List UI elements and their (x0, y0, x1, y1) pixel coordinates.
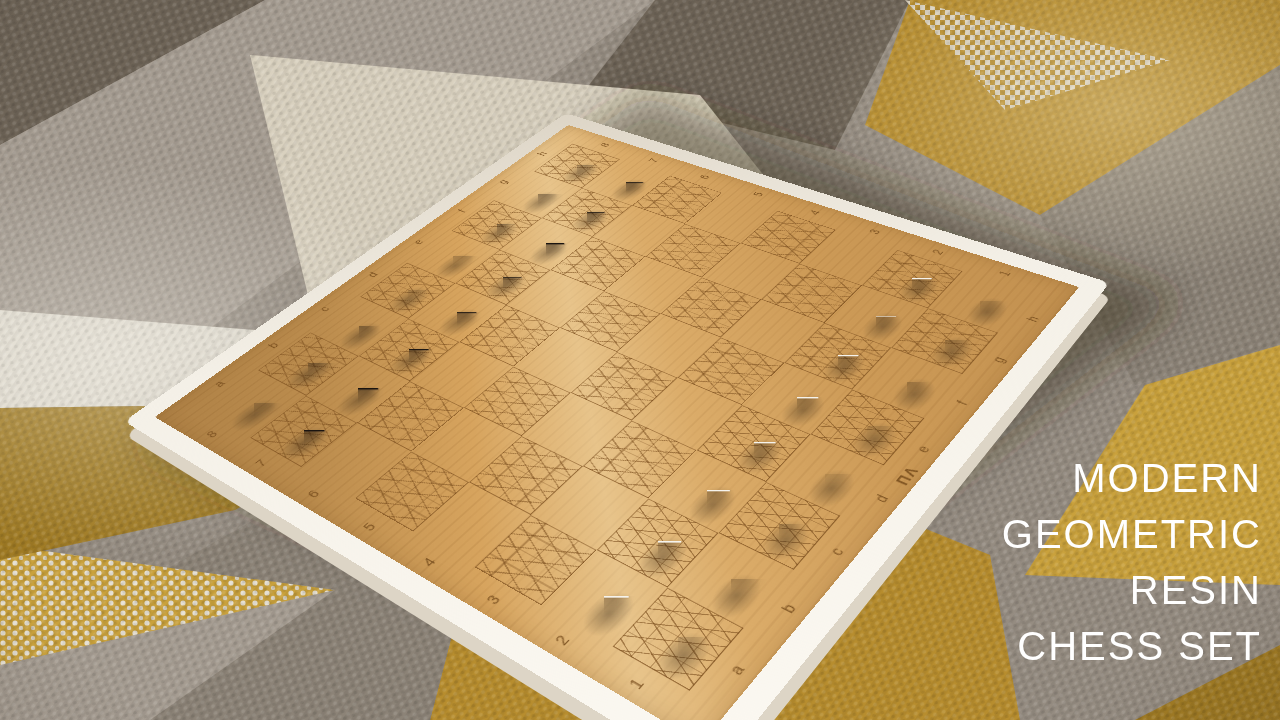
piece-shadow (371, 277, 447, 324)
coord-label: g (968, 335, 1027, 386)
square-d6[interactable] (459, 305, 560, 367)
square-f6[interactable] (550, 237, 645, 291)
coord-label: 8 (575, 133, 634, 157)
black-pawn-glyph: ♟ (429, 259, 487, 323)
scene: 87654321 87654321 abcdefgh abcdefgh ♜♞♝♛… (0, 0, 1280, 720)
square-e8[interactable]: ♚ (407, 231, 500, 284)
chess-board: 87654321 87654321 abcdefgh abcdefgh ♜♞♝♛… (124, 113, 1110, 720)
black-bishop-glyph: ♝ (323, 256, 396, 337)
square-d4[interactable] (571, 352, 678, 421)
square-e7[interactable]: ♟ (455, 250, 550, 305)
caption-line: MODERN (1002, 450, 1262, 506)
piece-shadow (421, 298, 498, 348)
piece-shadow (595, 171, 663, 210)
square-f7[interactable]: ♟ (500, 218, 593, 270)
coord-label: f (433, 193, 490, 229)
caption-line: GEOMETRIC (1002, 506, 1262, 562)
caption-line: RESIN (1002, 562, 1262, 618)
coord-label: d (341, 255, 403, 295)
coord-label: 7 (623, 148, 685, 173)
square-h4[interactable] (741, 211, 836, 264)
black-rook-glyph: ♜ (547, 107, 608, 175)
board-frame: 87654321 87654321 abcdefgh abcdefgh ♜♞♝♛… (124, 113, 1110, 720)
square-g8[interactable]: ♞ (494, 171, 582, 218)
black-pawn-glyph: ♟ (560, 163, 613, 222)
black-queen-glyph: ♛ (362, 200, 453, 301)
coord-label: e (388, 223, 448, 261)
coord-label: c (292, 288, 357, 330)
square-g7[interactable]: ♟ (542, 188, 632, 237)
coord-label: 3 (839, 217, 912, 248)
black-king-glyph: ♚ (411, 172, 496, 267)
piece-shadow (546, 155, 613, 193)
coord-label: 6 (673, 164, 737, 190)
coord-label: h (515, 138, 568, 170)
square-h7[interactable]: ♟ (582, 159, 670, 205)
piece-shadow (513, 231, 585, 275)
coord-label: 5 (725, 181, 792, 209)
piece-shadow (506, 183, 575, 223)
black-pawn-glyph: ♟ (600, 134, 652, 192)
black-knight-glyph: ♞ (504, 130, 571, 205)
piece-shadow (555, 200, 625, 241)
square-d7[interactable]: ♟ (408, 283, 506, 342)
square-d5[interactable] (513, 328, 617, 393)
board-tilt: 87654321 87654321 abcdefgh abcdefgh ♜♞♝♛… (219, 0, 1014, 720)
square-g5[interactable] (646, 224, 741, 278)
square-c5[interactable] (464, 367, 571, 436)
square-f8[interactable]: ♝ (452, 200, 542, 250)
caption-line: CHESS SET (1002, 618, 1262, 674)
square-g6[interactable] (592, 205, 685, 256)
square-e6[interactable] (506, 270, 604, 328)
piece-shadow (464, 213, 535, 255)
square-e5[interactable] (560, 291, 661, 352)
square-d8[interactable]: ♛ (360, 263, 455, 319)
square-h5[interactable] (685, 193, 778, 243)
square-h8[interactable]: ♜ (534, 144, 620, 188)
board-scene: 87654321 87654321 abcdefgh abcdefgh ♜♞♝♛… (265, 0, 969, 704)
square-h6[interactable] (632, 176, 722, 224)
square-f5[interactable] (604, 257, 702, 314)
piece-shadow (468, 263, 543, 310)
coord-label: g (475, 165, 530, 199)
black-pawn-glyph: ♟ (475, 225, 531, 287)
black-bishop-glyph: ♝ (463, 160, 530, 235)
piece-shadow (419, 244, 492, 289)
board-grid: ♜♞♝♛♚♝♞♜♟♟♟♟♟♟♟♟♟♟♟♟♟♟♟♟♜♞♝♛♚♝♞♜ (202, 144, 1031, 691)
caption: MODERN GEOMETRIC RESIN CHESS SET (1002, 450, 1262, 674)
square-a7[interactable]: ♟ (250, 396, 357, 467)
square-g4[interactable] (702, 243, 800, 299)
board-surface: 87654321 87654321 abcdefgh abcdefgh ♜♞♝♛… (155, 125, 1079, 720)
coord-label: 4 (780, 198, 850, 227)
square-f4[interactable] (661, 277, 762, 337)
black-pawn-glyph: ♟ (519, 193, 573, 254)
